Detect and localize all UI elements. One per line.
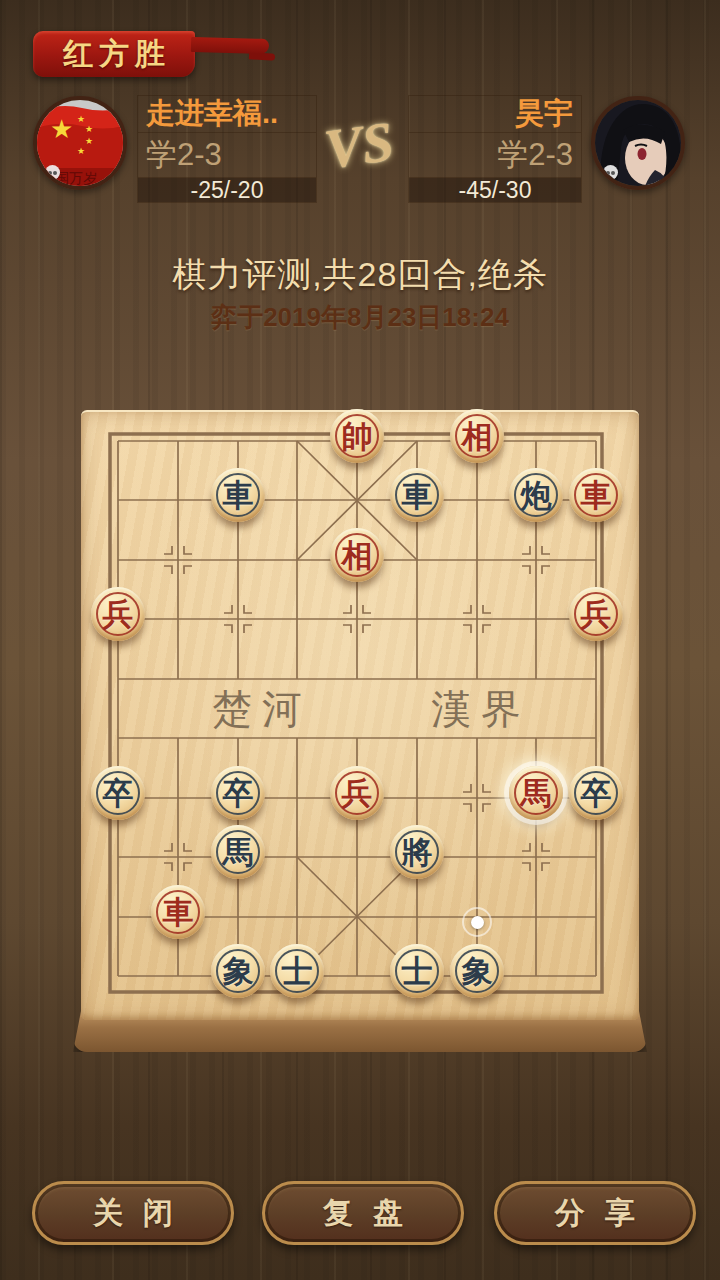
piece-red-相: 相 [450,409,504,463]
close-button-label: 关闭 [73,1193,193,1234]
piece-black-車: 車 [390,468,444,522]
share-button[interactable]: 分享 [494,1181,696,1245]
right-player-name: 昊宇 [515,94,573,134]
flag-big-star: ★ [50,114,73,144]
svg-text:★: ★ [85,124,93,134]
game-summary: 棋力评测,共28回合,绝杀 [0,252,720,298]
svg-text:★: ★ [77,146,85,156]
right-avatar-badge-icon [603,165,618,180]
piece-red-馬: 馬 [509,766,563,820]
piece-black-車: 車 [211,468,265,522]
piece-black-將: 將 [390,825,444,879]
piece-red-帥: 帥 [330,409,384,463]
left-player-name: 走进幸福.. [146,94,278,134]
piece-black-馬: 馬 [211,825,265,879]
piece-black-炮: 炮 [509,468,563,522]
move-origin-marker [462,907,492,937]
piece-red-兵: 兵 [569,587,623,641]
share-button-label: 分享 [535,1193,655,1234]
svg-text:★: ★ [85,136,93,146]
piece-black-象: 象 [450,944,504,998]
vs-label: VS [310,96,407,193]
piece-black-士: 士 [390,944,444,998]
piece-red-車: 車 [569,468,623,522]
left-player-score: -25/-20 [191,177,264,204]
review-button-label: 复盘 [303,1193,423,1234]
piece-layer: 帥相車車炮車相兵兵卒卒兵馬卒馬將車象士士象 [81,417,639,993]
left-player-panel: 走进幸福.. 学2-3 -25/-20 [137,95,317,203]
left-player-rank: 学2-3 [146,134,222,176]
piece-black-士: 士 [270,944,324,998]
svg-text:★: ★ [77,114,85,124]
result-text: 红方胜 [57,34,171,75]
right-player-score: -45/-30 [459,177,532,204]
right-player-rank: 学2-3 [497,134,573,176]
piece-black-卒: 卒 [91,766,145,820]
review-button[interactable]: 复盘 [262,1181,464,1245]
left-avatar[interactable]: ★ ★ ★ ★ ★ 国万岁 [33,96,127,190]
svg-text:国万岁: 国万岁 [55,170,97,186]
right-avatar[interactable] [591,96,685,190]
piece-red-兵: 兵 [91,587,145,641]
piece-red-相: 相 [330,528,384,582]
result-banner: 红方胜 [33,31,195,77]
piece-black-卒: 卒 [569,766,623,820]
left-avatar-badge-icon [45,165,60,180]
game-date: 弈于2019年8月23日18:24 [0,300,720,335]
piece-red-車: 車 [151,885,205,939]
right-player-panel: 昊宇 学2-3 -45/-30 [408,95,582,203]
piece-red-兵: 兵 [330,766,384,820]
close-button[interactable]: 关闭 [32,1181,234,1245]
piece-black-卒: 卒 [211,766,265,820]
piece-black-象: 象 [211,944,265,998]
